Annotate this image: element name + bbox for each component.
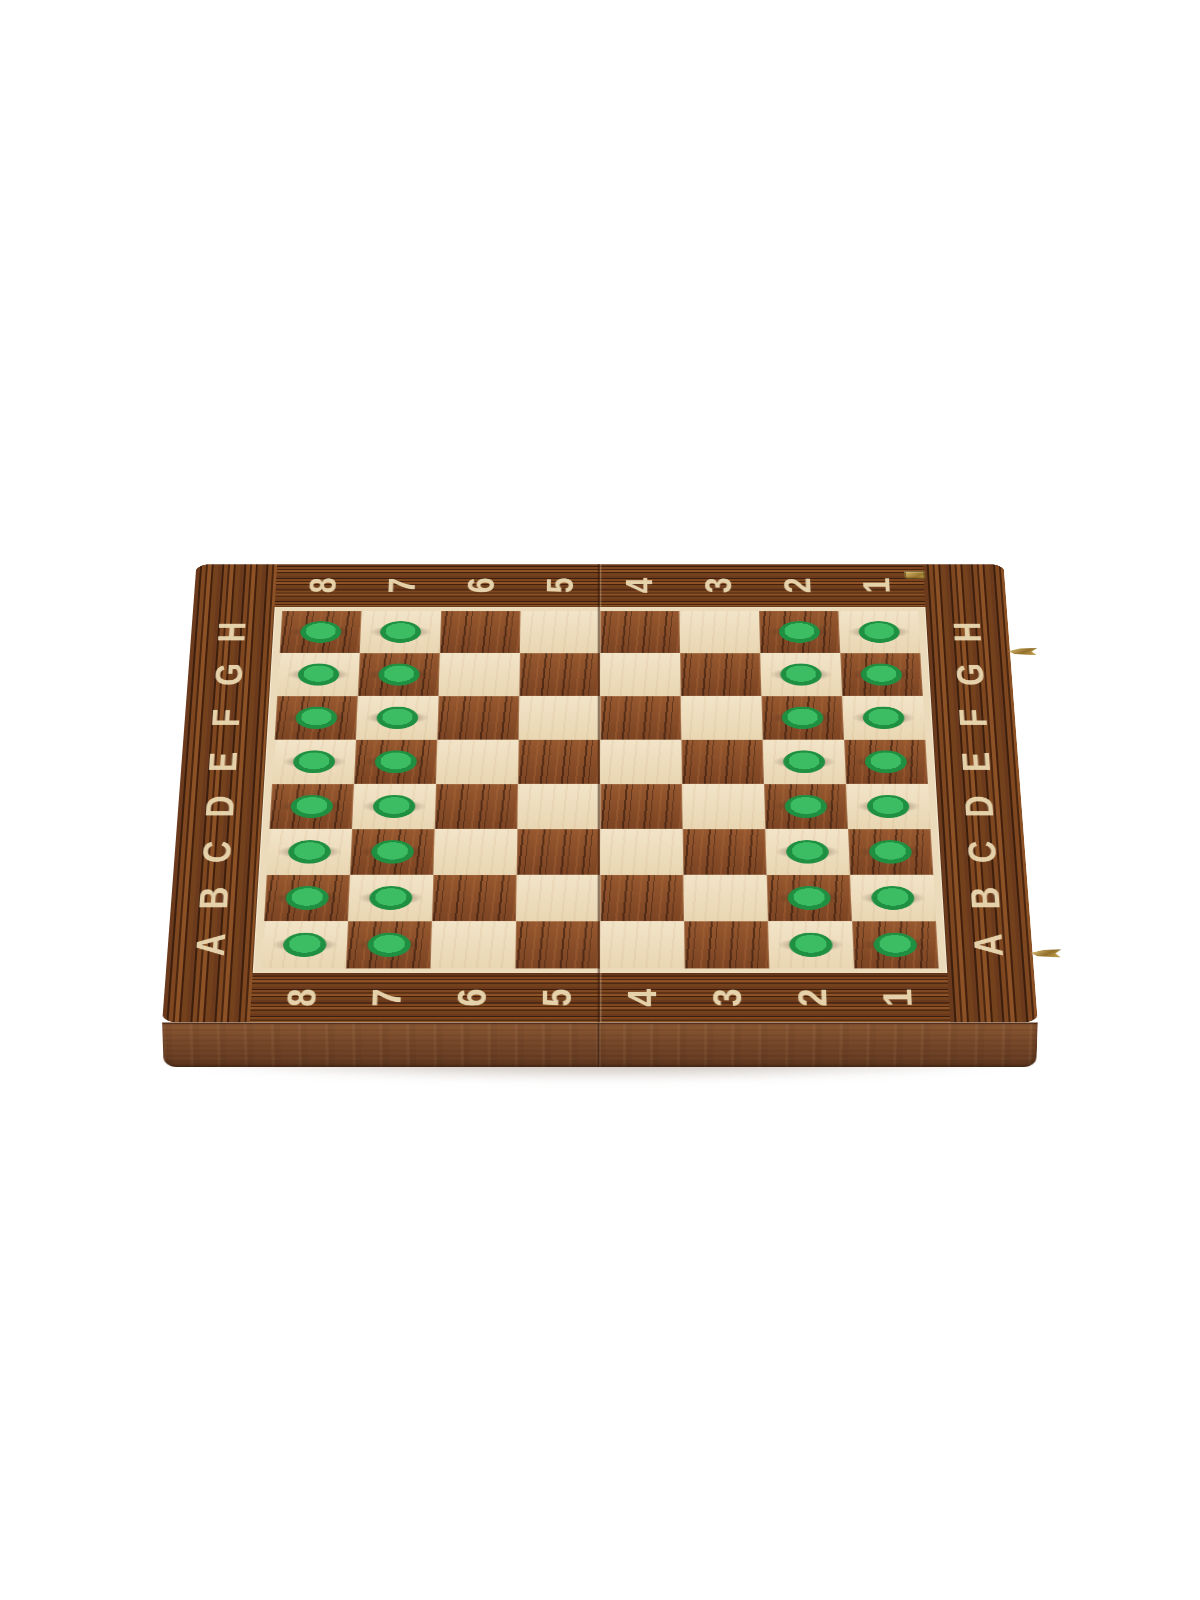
rank-label-front-5: 5 xyxy=(538,989,578,1007)
square-g3 xyxy=(680,653,761,696)
square-h4 xyxy=(600,611,680,653)
file-label-right-E: E xyxy=(957,752,996,772)
rank-label-back-2: 2 xyxy=(779,578,816,594)
rank-label-front-6: 6 xyxy=(452,989,492,1007)
piece-glyph: ♟ xyxy=(765,641,836,676)
square-g4 xyxy=(600,653,681,696)
piece-glyph: ♚ xyxy=(269,716,360,763)
square-d6 xyxy=(435,784,518,829)
file-label-left-A: A xyxy=(191,933,232,956)
rank-label-back-1: 1 xyxy=(858,578,895,594)
file-label-left-D: D xyxy=(201,796,241,818)
file-label-left-B: B xyxy=(194,887,234,910)
file-label-left-C: C xyxy=(197,841,237,863)
square-g5 xyxy=(519,653,600,696)
piece-glyph: ♟ xyxy=(362,684,434,720)
square-a6 xyxy=(431,921,516,968)
square-f4 xyxy=(600,696,681,740)
product-photo-canvas: { "game": "chess", "position": "rnbqkbnr… xyxy=(0,0,1200,1600)
file-label-right-A: A xyxy=(969,933,1010,956)
rank-label-back-5: 5 xyxy=(542,578,579,594)
file-label-right-D: D xyxy=(960,796,1000,818)
perspective-scene: HHGGFFEEDDCCBBAA8877665544332211 ♜♟♟♜♞♟♟… xyxy=(0,0,1200,1600)
piece-glyph: ♜ xyxy=(282,598,360,634)
piece-glyph: ♞ xyxy=(839,640,922,676)
rank-label-back-7: 7 xyxy=(384,578,421,594)
latch-icon xyxy=(1008,648,1038,655)
file-label-right-F: F xyxy=(954,709,993,727)
rank-label-front-3: 3 xyxy=(708,989,748,1007)
square-g6 xyxy=(439,653,520,696)
rank-label-front-1: 1 xyxy=(878,989,918,1007)
rank-label-front-4: 4 xyxy=(623,989,663,1007)
square-d3 xyxy=(682,784,765,829)
square-b8 xyxy=(264,875,350,921)
square-e4 xyxy=(600,740,682,784)
brand-emblem xyxy=(904,571,926,579)
rank-label-back-6: 6 xyxy=(463,578,500,594)
piece-glyph: ♟ xyxy=(767,727,840,763)
file-label-left-E: E xyxy=(204,752,243,772)
square-b4 xyxy=(600,875,684,921)
chess-board: HHGGFFEEDDCCBBAA8877665544332211 ♜♟♟♜♞♟♟… xyxy=(162,564,1038,1022)
piece-glyph: ♟ xyxy=(764,599,835,634)
rank-label-front-2: 2 xyxy=(793,989,833,1007)
square-f3 xyxy=(681,696,763,740)
box-side-seam xyxy=(597,1022,601,1066)
square-d4 xyxy=(600,784,683,829)
square-a3 xyxy=(684,921,769,968)
piece-glyph: ♜ xyxy=(839,598,917,634)
square-f6 xyxy=(437,696,519,740)
square-a2 xyxy=(768,921,854,968)
piece-glyph: ♟ xyxy=(766,684,838,720)
piece-glyph: ♞ xyxy=(278,640,361,676)
square-a5 xyxy=(515,921,600,968)
rank-label-back-8: 8 xyxy=(304,578,341,594)
square-a1 xyxy=(852,921,939,968)
rank-label-front-8: 8 xyxy=(282,989,322,1007)
file-label-left-G: G xyxy=(210,663,249,685)
file-label-right-C: C xyxy=(963,841,1003,863)
square-d5 xyxy=(517,784,600,829)
file-label-right-G: G xyxy=(951,663,990,685)
square-b5 xyxy=(516,875,600,921)
piece-glyph: ♚ xyxy=(839,716,930,763)
square-a8 xyxy=(261,921,348,968)
box-front-side xyxy=(162,1022,1038,1066)
square-b1 xyxy=(850,875,936,921)
square-f5 xyxy=(519,696,600,740)
square-h5 xyxy=(520,611,600,653)
square-h3 xyxy=(679,611,760,653)
square-b3 xyxy=(683,875,768,921)
piece-glyph: ♟ xyxy=(366,599,437,634)
square-h6 xyxy=(440,611,521,653)
square-b7 xyxy=(348,875,433,921)
square-e5 xyxy=(518,740,600,784)
rank-label-back-4: 4 xyxy=(621,578,658,594)
file-label-left-H: H xyxy=(213,622,251,643)
piece-glyph: ♟ xyxy=(360,727,433,763)
rank-label-front-7: 7 xyxy=(367,989,407,1007)
rank-label-back-3: 3 xyxy=(700,578,737,594)
square-e6 xyxy=(436,740,519,784)
square-b2 xyxy=(767,875,852,921)
square-b6 xyxy=(432,875,517,921)
file-label-right-H: H xyxy=(949,622,987,643)
piece-glyph: ♟ xyxy=(364,641,435,676)
file-label-left-F: F xyxy=(207,709,246,727)
latch-icon xyxy=(1030,949,1062,957)
square-e3 xyxy=(681,740,764,784)
square-a7 xyxy=(346,921,432,968)
file-label-right-B: B xyxy=(966,887,1006,910)
square-a4 xyxy=(600,921,685,968)
